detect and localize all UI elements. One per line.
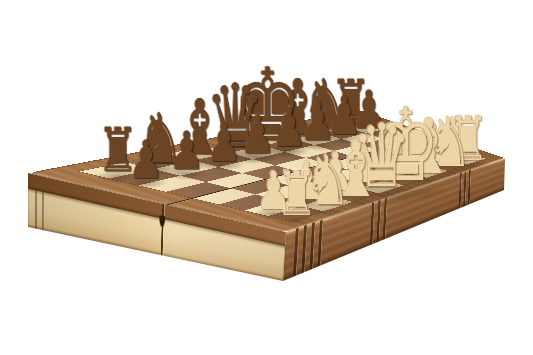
chess-set-photo: ♜♞♟♝♟♟♚♟♛♟♝♟♜♟♟♞♞♟♟♜♝♟♟♚♟♛♟♝♟♞♟♜ [0, 0, 533, 355]
side-groove [42, 191, 44, 230]
side-groove [35, 190, 37, 229]
